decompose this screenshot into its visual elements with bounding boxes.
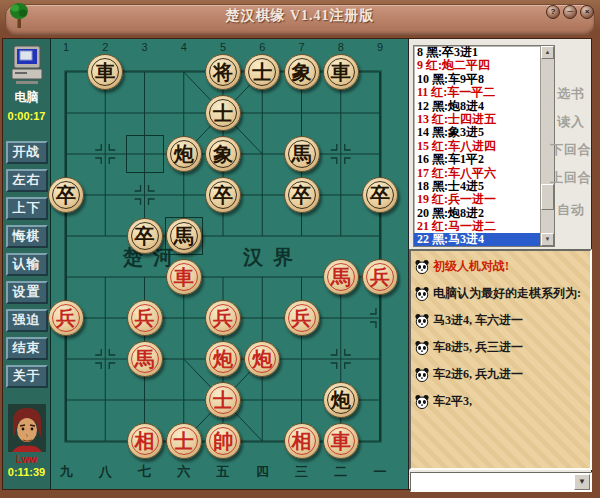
player-timer: 0:11:39 (8, 466, 45, 478)
main-content: 电脑 0:00:17 开战左右上下悔棋认输设置强迫结束关于 Lww 0:11:3… (2, 38, 592, 490)
piece-glyph: 兵 (370, 267, 390, 287)
piece-black-卒-7-4[interactable]: 卒 (284, 177, 320, 213)
piece-glyph: 相 (292, 431, 312, 451)
minimize-button[interactable]: ─ (563, 5, 577, 19)
panel-button-3[interactable]: 上回合 (545, 167, 597, 189)
sidebar: 电脑 0:00:17 开战左右上下悔棋认输设置强迫结束关于 Lww 0:11:3… (3, 39, 51, 489)
piece-black-炮-4-3[interactable]: 炮 (166, 136, 202, 172)
file-label-top-9: 9 (377, 41, 383, 53)
piece-red-車-8-10[interactable]: 車 (323, 423, 359, 459)
file-label-top-6: 6 (259, 41, 265, 53)
piece-glyph: 兵 (56, 308, 76, 328)
computer-label: 电脑 (15, 89, 39, 106)
piece-glyph: 象 (292, 62, 312, 82)
piece-glyph: 士 (213, 103, 233, 123)
move-row-18[interactable]: 18 黑:士4进5 (414, 180, 554, 193)
analysis-line-2: 马3进4, 车六进一 (414, 313, 587, 329)
file-label-top-2: 2 (102, 41, 108, 53)
piece-glyph: 士 (252, 62, 272, 82)
panda-icon (414, 340, 430, 356)
file-label-bottom-2: 八 (99, 463, 112, 481)
file-label-bottom-4: 六 (177, 463, 190, 481)
piece-black-将-5-1[interactable]: 将 (205, 54, 241, 90)
analysis-line-4: 车2进6, 兵九进一 (414, 367, 587, 383)
piece-glyph: 士 (213, 390, 233, 410)
piece-glyph: 士 (174, 431, 194, 451)
file-label-bottom-9: 一 (374, 463, 387, 481)
sidebar-buttons: 开战左右上下悔棋认输设置强迫结束关于 (6, 138, 48, 390)
piece-glyph: 兵 (213, 308, 233, 328)
sidebar-button-2[interactable]: 上下 (6, 197, 48, 220)
window-controls: ? ─ × (546, 5, 594, 19)
piece-black-車-8-1[interactable]: 車 (323, 54, 359, 90)
file-label-top-1: 1 (63, 41, 69, 53)
piece-red-炮-6-8[interactable]: 炮 (244, 341, 280, 377)
move-row-12[interactable]: 12 黑:炮8进4 (414, 100, 554, 113)
piece-glyph: 馬 (331, 267, 351, 287)
piece-glyph: 炮 (213, 349, 233, 369)
sidebar-button-7[interactable]: 结束 (6, 337, 48, 360)
piece-red-相-3-10[interactable]: 相 (127, 423, 163, 459)
move-row-15[interactable]: 15 红:车八进四 (414, 140, 554, 153)
piece-red-相-7-10[interactable]: 相 (284, 423, 320, 459)
tree-icon (7, 1, 31, 31)
piece-red-車-4-6[interactable]: 車 (166, 259, 202, 295)
move-row-17[interactable]: 17 红:车八平六 (414, 167, 554, 180)
file-label-top-5: 5 (220, 41, 226, 53)
analysis-line-0: 初级人机对战! (414, 259, 587, 275)
piece-red-士-5-9[interactable]: 士 (205, 382, 241, 418)
piece-red-帥-5-10[interactable]: 帥 (205, 423, 241, 459)
app-window: { "game": "xiangqi", "window": { "title"… (0, 0, 600, 498)
piece-glyph: 卒 (56, 185, 76, 205)
piece-glyph: 兵 (135, 308, 155, 328)
piece-red-兵-3-7[interactable]: 兵 (127, 300, 163, 336)
file-label-bottom-6: 四 (256, 463, 269, 481)
piece-black-象-7-1[interactable]: 象 (284, 54, 320, 90)
piece-glyph: 炮 (331, 390, 351, 410)
book-select[interactable]: ▼ (410, 472, 592, 492)
piece-glyph: 兵 (292, 308, 312, 328)
river-label-right: 汉界 (243, 244, 303, 271)
move-row-19[interactable]: 19 红:兵一进一 (414, 193, 554, 206)
piece-red-士-4-10[interactable]: 士 (166, 423, 202, 459)
help-button[interactable]: ? (546, 5, 560, 19)
piece-red-兵-5-7[interactable]: 兵 (205, 300, 241, 336)
move-row-8[interactable]: 8 黑:卒3进1 (414, 46, 554, 59)
analysis-text: 车8进5, 兵三进一 (433, 340, 523, 355)
file-label-bottom-1: 九 (60, 463, 73, 481)
scroll-down-icon[interactable]: ▼ (541, 233, 554, 246)
piece-glyph: 炮 (174, 144, 194, 164)
analysis-text: 车2平3, (433, 394, 472, 409)
last-move-from-marker (126, 135, 164, 173)
analysis-line-5: 车2平3, (414, 394, 587, 410)
move-row-20[interactable]: 20 黑:炮8进2 (414, 207, 554, 220)
piece-black-馬-7-3[interactable]: 馬 (284, 136, 320, 172)
sidebar-button-0[interactable]: 开战 (6, 141, 48, 164)
window-title: 楚汉棋缘 V1.41注册版 (0, 7, 600, 25)
move-row-11[interactable]: 11 红:车一平二 (414, 86, 554, 99)
file-label-bottom-7: 三 (295, 463, 308, 481)
panda-icon (414, 313, 430, 329)
panel-button-4[interactable]: 自动 (545, 199, 597, 221)
player-avatar (8, 404, 46, 452)
piece-red-兵-1-7[interactable]: 兵 (48, 300, 84, 336)
move-row-16[interactable]: 16 黑:车1平2 (414, 153, 554, 166)
piece-glyph: 将 (213, 62, 233, 82)
move-row-9[interactable]: 9 红:炮二平四 (414, 59, 554, 72)
close-button[interactable]: × (580, 5, 594, 19)
piece-glyph: 馬 (174, 226, 194, 246)
xiangqi-board[interactable]: 楚河 汉界 123456789九八七六五四三二一車将士象車士炮象馬卒卒卒卒卒馬炮… (51, 39, 408, 489)
piece-black-卒-9-4[interactable]: 卒 (362, 177, 398, 213)
piece-glyph: 車 (174, 267, 194, 287)
analysis-text: 车2进6, 兵九进一 (433, 367, 523, 382)
piece-glyph: 卒 (135, 226, 155, 246)
file-label-top-3: 3 (141, 41, 147, 53)
analysis-text: 电脑认为最好的走棋系列为: (433, 286, 581, 301)
piece-glyph: 象 (213, 144, 233, 164)
file-label-bottom-5: 五 (217, 463, 230, 481)
piece-glyph: 帥 (213, 431, 233, 451)
piece-glyph: 相 (135, 431, 155, 451)
piece-black-馬-4-5[interactable]: 馬 (166, 218, 202, 254)
right-panel: ▲ ▼ 8 黑:卒3进19 红:炮二平四10 黑:车9平811 红:车一平二12… (408, 39, 591, 489)
file-label-top-4: 4 (181, 41, 187, 53)
piece-red-馬-3-8[interactable]: 馬 (127, 341, 163, 377)
sidebar-button-4[interactable]: 认输 (6, 253, 48, 276)
piece-black-象-5-3[interactable]: 象 (205, 136, 241, 172)
panel-button-2[interactable]: 下回合 (545, 139, 597, 161)
analysis-panel: 初级人机对战!电脑认为最好的走棋系列为:马3进4, 车六进一车8进5, 兵三进一… (409, 249, 592, 470)
piece-glyph: 馬 (292, 144, 312, 164)
analysis-line-3: 车8进5, 兵三进一 (414, 340, 587, 356)
chevron-down-icon[interactable]: ▼ (574, 474, 590, 490)
piece-red-炮-5-8[interactable]: 炮 (205, 341, 241, 377)
piece-glyph: 卒 (292, 185, 312, 205)
piece-red-兵-9-6[interactable]: 兵 (362, 259, 398, 295)
move-row-21[interactable]: 21 红:马一进二 (414, 220, 554, 233)
analysis-text: 初级人机对战! (433, 259, 509, 274)
panda-icon (414, 367, 430, 383)
piece-black-卒-1-4[interactable]: 卒 (48, 177, 84, 213)
piece-black-士-6-1[interactable]: 士 (244, 54, 280, 90)
piece-glyph: 車 (95, 62, 115, 82)
move-row-14[interactable]: 14 黑:象3进5 (414, 126, 554, 139)
piece-glyph: 炮 (252, 349, 272, 369)
panda-icon (414, 259, 430, 275)
piece-black-卒-3-5[interactable]: 卒 (127, 218, 163, 254)
computer-timer: 0:00:17 (8, 110, 46, 122)
piece-glyph: 車 (331, 62, 351, 82)
sidebar-button-6[interactable]: 强迫 (6, 309, 48, 332)
move-row-10[interactable]: 10 黑:车9平8 (414, 73, 554, 86)
piece-glyph: 卒 (213, 185, 233, 205)
sidebar-button-5[interactable]: 设置 (6, 281, 48, 304)
piece-black-炮-8-9[interactable]: 炮 (323, 382, 359, 418)
panel-buttons: 选书读入下回合上回合自动 (545, 83, 597, 227)
file-label-top-8: 8 (338, 41, 344, 53)
sidebar-button-8[interactable]: 关于 (6, 365, 48, 388)
file-label-bottom-8: 二 (334, 463, 347, 481)
piece-black-士-5-2[interactable]: 士 (205, 95, 241, 131)
panda-icon (414, 286, 430, 302)
panel-button-1[interactable]: 读入 (545, 111, 597, 133)
piece-glyph: 車 (331, 431, 351, 451)
sidebar-button-1[interactable]: 左右 (6, 169, 48, 192)
move-list[interactable]: ▲ ▼ 8 黑:卒3进19 红:炮二平四10 黑:车9平811 红:车一平二12… (413, 45, 555, 247)
sidebar-button-3[interactable]: 悔棋 (6, 225, 48, 248)
file-label-bottom-3: 七 (138, 463, 151, 481)
panel-button-0[interactable]: 选书 (545, 83, 597, 105)
file-label-top-7: 7 (298, 41, 304, 53)
analysis-line-1: 电脑认为最好的走棋系列为: (414, 286, 587, 302)
piece-black-車-2-1[interactable]: 車 (87, 54, 123, 90)
scroll-up-icon[interactable]: ▲ (541, 46, 554, 59)
piece-red-兵-7-7[interactable]: 兵 (284, 300, 320, 336)
piece-black-卒-5-4[interactable]: 卒 (205, 177, 241, 213)
player-name: Lww (16, 454, 38, 465)
piece-glyph: 卒 (370, 185, 390, 205)
panda-icon (414, 394, 430, 410)
piece-red-馬-8-6[interactable]: 馬 (323, 259, 359, 295)
piece-glyph: 馬 (135, 349, 155, 369)
move-row-22[interactable]: 22 黑:马3进4 (414, 233, 554, 246)
computer-icon (10, 45, 44, 87)
analysis-text: 马3进4, 车六进一 (433, 313, 523, 328)
move-row-13[interactable]: 13 红:士四进五 (414, 113, 554, 126)
